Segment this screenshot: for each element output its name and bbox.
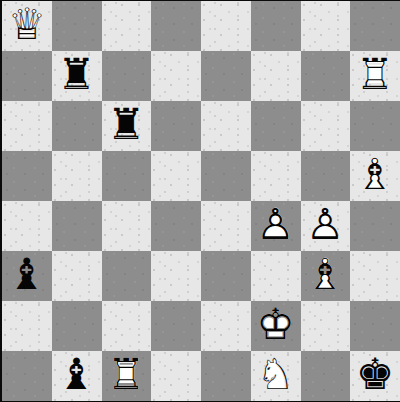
square-c8[interactable] [102,1,152,51]
square-b2[interactable] [52,301,102,351]
black-rook-piece: ♜ [102,101,152,151]
square-h4[interactable] [350,201,400,251]
piece-outline-glyph: ♙ [256,203,295,246]
white-pawn-piece: ♟♙ [301,201,351,251]
square-d5[interactable] [151,151,201,201]
square-c2[interactable] [102,301,152,351]
piece-glyph: ♜ [57,53,96,96]
square-f8[interactable] [251,1,301,51]
white-knight-piece: ♞♘ [251,351,301,401]
square-e5[interactable] [201,151,251,201]
square-g2[interactable] [301,301,351,351]
square-b3[interactable] [52,251,102,301]
square-h7[interactable]: ♜♖ [350,51,400,101]
white-bishop-piece: ♝♗ [301,251,351,301]
square-h8[interactable] [350,1,400,51]
square-g8[interactable] [301,1,351,51]
white-queen-piece: ♛♕ [2,1,52,51]
square-a6[interactable] [2,101,52,151]
square-h5[interactable]: ♝♗ [350,151,400,201]
square-f6[interactable] [251,101,301,151]
square-h3[interactable] [350,251,400,301]
square-c3[interactable] [102,251,152,301]
square-a8[interactable]: ♛♕ [2,1,52,51]
square-c6[interactable]: ♜ [102,101,152,151]
square-b4[interactable] [52,201,102,251]
piece-outline-glyph: ♖ [356,53,395,96]
black-rook-piece: ♜ [52,51,102,101]
square-d3[interactable] [151,251,201,301]
piece-glyph: ♝ [8,253,47,296]
square-c4[interactable] [102,201,152,251]
white-pawn-piece: ♟♙ [251,201,301,251]
square-a4[interactable] [2,201,52,251]
piece-glyph: ♝ [57,353,96,396]
square-c1[interactable]: ♜♖ [102,351,152,401]
piece-glyph: ♚ [356,353,395,396]
chess-diagram: ♛♕♜♜♖♜♝♗♟♙♟♙♝♝♗♚♔♝♜♖♞♘♚ [0,0,400,402]
black-bishop-piece: ♝ [52,351,102,401]
square-g3[interactable]: ♝♗ [301,251,351,301]
square-e3[interactable] [201,251,251,301]
square-f4[interactable]: ♟♙ [251,201,301,251]
square-h6[interactable] [350,101,400,151]
square-e1[interactable] [201,351,251,401]
square-e4[interactable] [201,201,251,251]
black-king-piece: ♚ [350,351,400,401]
square-e2[interactable] [201,301,251,351]
square-d2[interactable] [151,301,201,351]
piece-outline-glyph: ♖ [107,353,146,396]
square-e8[interactable] [201,1,251,51]
square-g4[interactable]: ♟♙ [301,201,351,251]
square-d6[interactable] [151,101,201,151]
square-c5[interactable] [102,151,152,201]
square-f5[interactable] [251,151,301,201]
square-b1[interactable]: ♝ [52,351,102,401]
piece-outline-glyph: ♗ [356,153,395,196]
piece-outline-glyph: ♘ [256,353,295,396]
square-c7[interactable] [102,51,152,101]
square-g6[interactable] [301,101,351,151]
square-f3[interactable] [251,251,301,301]
square-a7[interactable] [2,51,52,101]
square-b7[interactable]: ♜ [52,51,102,101]
square-a5[interactable] [2,151,52,201]
square-g1[interactable] [301,351,351,401]
piece-outline-glyph: ♙ [306,203,345,246]
square-b6[interactable] [52,101,102,151]
square-h2[interactable] [350,301,400,351]
square-h1[interactable]: ♚ [350,351,400,401]
piece-outline-glyph: ♗ [306,253,345,296]
square-d1[interactable] [151,351,201,401]
square-d7[interactable] [151,51,201,101]
square-b5[interactable] [52,151,102,201]
square-d4[interactable] [151,201,201,251]
square-a1[interactable] [2,351,52,401]
chess-board: ♛♕♜♜♖♜♝♗♟♙♟♙♝♝♗♚♔♝♜♖♞♘♚ [2,1,400,401]
square-f1[interactable]: ♞♘ [251,351,301,401]
square-g7[interactable] [301,51,351,101]
square-b8[interactable] [52,1,102,51]
white-bishop-piece: ♝♗ [350,151,400,201]
square-f2[interactable]: ♚♔ [251,301,301,351]
square-f7[interactable] [251,51,301,101]
white-rook-piece: ♜♖ [102,351,152,401]
piece-outline-glyph: ♔ [256,303,295,346]
white-king-piece: ♚♔ [251,301,301,351]
square-e7[interactable] [201,51,251,101]
square-a3[interactable]: ♝ [2,251,52,301]
white-rook-piece: ♜♖ [350,51,400,101]
piece-outline-glyph: ♕ [8,3,47,46]
square-a2[interactable] [2,301,52,351]
square-d8[interactable] [151,1,201,51]
piece-glyph: ♜ [107,103,146,146]
black-bishop-piece: ♝ [2,251,52,301]
square-e6[interactable] [201,101,251,151]
square-g5[interactable] [301,151,351,201]
